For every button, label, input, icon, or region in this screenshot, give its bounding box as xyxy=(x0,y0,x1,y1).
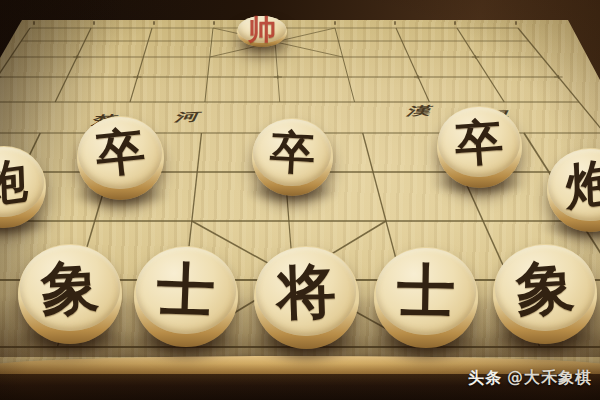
piece-black-advisor-right[interactable]: 士 xyxy=(374,247,478,348)
piece-black-soldier-7[interactable]: 卒 xyxy=(437,106,522,188)
piece-face: 将 xyxy=(256,247,357,336)
piece-body: 士 xyxy=(374,247,478,348)
piece-face: 卒 xyxy=(438,107,520,178)
piece-black-general[interactable]: 将 xyxy=(254,246,359,349)
piece-character-士: 士 xyxy=(156,260,216,320)
piece-black-elephant-left[interactable]: 象 xyxy=(18,244,122,344)
piece-character-象: 象 xyxy=(514,257,576,319)
piece-body: 象 xyxy=(493,244,597,344)
piece-black-soldier-3[interactable]: 卒 xyxy=(77,116,164,200)
piece-face: 士 xyxy=(376,248,476,335)
piece-character-卒: 卒 xyxy=(268,129,315,176)
file-tick xyxy=(334,21,336,25)
watermark-brand: 头条 xyxy=(468,368,502,389)
piece-face: 象 xyxy=(495,245,595,331)
piece-face: 卒 xyxy=(78,117,162,189)
piece-body: 帅 xyxy=(237,16,287,47)
piece-body: 卒 xyxy=(252,118,333,196)
photo-frame: 楚河漢界 帅炮卒卒卒炮象士将士象 头条 @大禾象棋 xyxy=(0,0,600,400)
piece-black-cannon-left[interactable]: 炮 xyxy=(0,146,46,228)
piece-face: 卒 xyxy=(253,119,331,186)
piece-body: 卒 xyxy=(77,116,164,200)
piece-character-象: 象 xyxy=(40,258,101,319)
piece-black-soldier-5[interactable]: 卒 xyxy=(252,118,333,196)
piece-body: 卒 xyxy=(437,106,522,188)
file-tick xyxy=(93,21,95,25)
piece-body: 士 xyxy=(134,246,238,347)
piece-body: 将 xyxy=(254,246,359,349)
piece-character-卒: 卒 xyxy=(93,126,147,180)
piece-character-卒: 卒 xyxy=(453,116,504,167)
file-tick xyxy=(515,21,517,25)
watermark: 头条 @大禾象棋 xyxy=(468,368,592,389)
file-tick xyxy=(33,21,35,25)
piece-face: 炮 xyxy=(0,147,44,218)
piece-red-general[interactable]: 帅 xyxy=(237,16,287,47)
piece-character-炮: 炮 xyxy=(565,157,600,213)
piece-face: 士 xyxy=(136,247,236,334)
piece-face: 炮 xyxy=(548,149,600,221)
file-tick xyxy=(153,21,155,25)
watermark-handle: @大禾象棋 xyxy=(507,368,592,389)
piece-face: 帅 xyxy=(238,16,286,43)
piece-black-advisor-left[interactable]: 士 xyxy=(134,246,238,347)
piece-character-将: 将 xyxy=(275,261,336,322)
piece-black-cannon-right[interactable]: 炮 xyxy=(547,148,600,232)
file-tick xyxy=(394,21,396,25)
piece-character-炮: 炮 xyxy=(0,155,28,209)
piece-body: 象 xyxy=(18,244,122,344)
piece-character-帅: 帅 xyxy=(248,16,276,44)
piece-face: 象 xyxy=(20,245,120,331)
piece-black-elephant-right[interactable]: 象 xyxy=(493,244,597,344)
piece-character-士: 士 xyxy=(396,262,455,321)
